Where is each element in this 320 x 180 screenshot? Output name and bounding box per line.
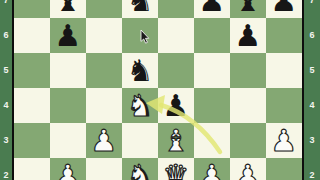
white-pawn-b2: ♟ — [50, 158, 86, 180]
square-c7[interactable] — [86, 0, 122, 18]
black-bishop-b7: ♝ — [50, 0, 86, 18]
white-knight-d4: ♞ — [122, 88, 158, 123]
square-h4[interactable] — [266, 88, 302, 123]
square-e6[interactable] — [158, 18, 194, 53]
square-f2[interactable]: ♟ — [194, 158, 230, 180]
rank-label-right-3: 3 — [304, 123, 320, 158]
square-a3[interactable] — [14, 123, 50, 158]
white-knight-d2: ♞ — [122, 158, 158, 180]
rank-label-left-7: 7 — [0, 0, 12, 18]
rank-label-left-3: 3 — [0, 123, 12, 158]
white-pawn-h3: ♟ — [266, 123, 302, 158]
square-g3[interactable] — [230, 123, 266, 158]
square-e2[interactable]: ♛ — [158, 158, 194, 180]
square-d5[interactable]: ♞ — [122, 53, 158, 88]
square-e3[interactable]: ♝ — [158, 123, 194, 158]
square-c2[interactable] — [86, 158, 122, 180]
square-b7[interactable]: ♝ — [50, 0, 86, 18]
white-queen-e2: ♛ — [158, 158, 194, 180]
square-h6[interactable] — [266, 18, 302, 53]
square-g6[interactable]: ♟ — [230, 18, 266, 53]
square-b3[interactable] — [50, 123, 86, 158]
square-d2[interactable]: ♞ — [122, 158, 158, 180]
black-knight-d7: ♞ — [122, 0, 158, 18]
black-pawn-b6: ♟ — [50, 18, 86, 53]
black-pawn-f7: ♟ — [194, 0, 230, 18]
square-h2[interactable] — [266, 158, 302, 180]
black-bishop-g7: ♝ — [230, 0, 266, 18]
rank-label-left-5: 5 — [0, 53, 12, 88]
square-c6[interactable] — [86, 18, 122, 53]
square-e7[interactable] — [158, 0, 194, 18]
square-a4[interactable] — [14, 88, 50, 123]
black-knight-d5: ♞ — [122, 53, 158, 88]
square-c3[interactable]: ♟ — [86, 123, 122, 158]
square-d3[interactable] — [122, 123, 158, 158]
square-c4[interactable] — [86, 88, 122, 123]
square-g2[interactable]: ♟ — [230, 158, 266, 180]
square-b2[interactable]: ♟ — [50, 158, 86, 180]
square-b5[interactable] — [50, 53, 86, 88]
square-f3[interactable] — [194, 123, 230, 158]
square-b4[interactable] — [50, 88, 86, 123]
rank-label-right-5: 5 — [304, 53, 320, 88]
square-b6[interactable]: ♟ — [50, 18, 86, 53]
square-d4[interactable]: ♞ — [122, 88, 158, 123]
rank-label-left-6: 6 — [0, 18, 12, 53]
square-f5[interactable] — [194, 53, 230, 88]
square-a2[interactable] — [14, 158, 50, 180]
square-f6[interactable] — [194, 18, 230, 53]
square-g7[interactable]: ♝ — [230, 0, 266, 18]
chess-app-screenshot: 87654321 87654321 ♝♞♟♝♟♟♟♞♞♟♟♝♟♟♞♛♟♟ — [0, 0, 320, 180]
white-bishop-e3: ♝ — [158, 123, 194, 158]
square-h3[interactable]: ♟ — [266, 123, 302, 158]
square-a6[interactable] — [14, 18, 50, 53]
square-c5[interactable] — [86, 53, 122, 88]
square-a5[interactable] — [14, 53, 50, 88]
rank-label-left-4: 4 — [0, 88, 12, 123]
square-e5[interactable] — [158, 53, 194, 88]
white-pawn-g2: ♟ — [230, 158, 266, 180]
square-g4[interactable] — [230, 88, 266, 123]
square-h5[interactable] — [266, 53, 302, 88]
square-f7[interactable]: ♟ — [194, 0, 230, 18]
white-pawn-c3: ♟ — [86, 123, 122, 158]
chess-board[interactable]: ♝♞♟♝♟♟♟♞♞♟♟♝♟♟♞♛♟♟ — [14, 0, 302, 180]
black-pawn-g6: ♟ — [230, 18, 266, 53]
square-h7[interactable]: ♟ — [266, 0, 302, 18]
square-a7[interactable] — [14, 0, 50, 18]
square-e4[interactable]: ♟ — [158, 88, 194, 123]
rank-label-right-7: 7 — [304, 0, 320, 18]
rank-label-left-2: 2 — [0, 158, 12, 180]
square-d7[interactable]: ♞ — [122, 0, 158, 18]
square-d6[interactable] — [122, 18, 158, 53]
white-pawn-f2: ♟ — [194, 158, 230, 180]
black-pawn-h7: ♟ — [266, 0, 302, 18]
black-pawn-e4: ♟ — [158, 88, 194, 123]
rank-label-right-2: 2 — [304, 158, 320, 180]
rank-label-right-4: 4 — [304, 88, 320, 123]
rank-label-right-6: 6 — [304, 18, 320, 53]
square-f4[interactable] — [194, 88, 230, 123]
square-g5[interactable] — [230, 53, 266, 88]
